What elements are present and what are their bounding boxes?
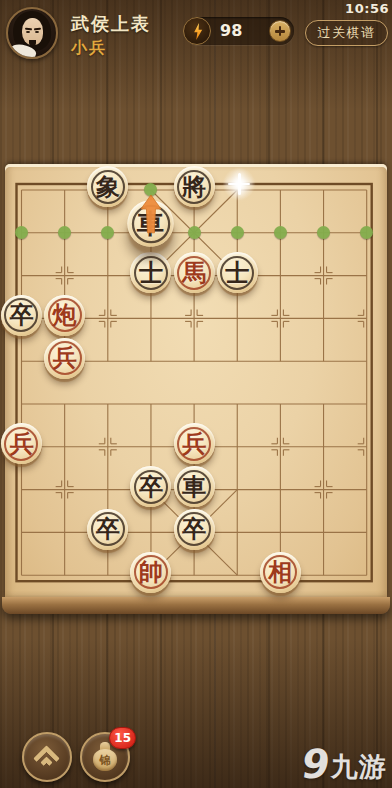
- piece-red-horse[interactable]: 馬: [174, 252, 215, 293]
- legal-move-dot[interactable]: [231, 226, 244, 239]
- jiuyou-logo-icon: 9: [300, 749, 332, 780]
- clock-time: 10:56: [345, 1, 389, 16]
- level-rank-label: 小兵: [71, 38, 107, 59]
- piece-black-soldier[interactable]: 卒: [174, 509, 215, 550]
- piece-red-soldier[interactable]: 兵: [44, 338, 85, 379]
- hint-bag-button[interactable]: 锦 15: [80, 732, 130, 782]
- piece-black-general[interactable]: 將: [174, 166, 215, 207]
- legal-move-dot[interactable]: [15, 226, 28, 239]
- bag-label: 锦: [100, 753, 111, 768]
- legal-move-dot[interactable]: [144, 183, 157, 196]
- legal-move-dot[interactable]: [360, 226, 373, 239]
- piece-black-soldier[interactable]: 卒: [130, 466, 171, 507]
- player-avatar[interactable]: [6, 7, 58, 59]
- piece-red-soldier[interactable]: 兵: [174, 423, 215, 464]
- legal-move-dot[interactable]: [274, 226, 287, 239]
- piece-black-soldier[interactable]: 卒: [87, 509, 128, 550]
- legal-move-dot[interactable]: [58, 226, 71, 239]
- lightning-icon: [183, 17, 211, 45]
- piece-black-chariot-selected[interactable]: 車: [128, 201, 174, 247]
- legal-move-dot[interactable]: [188, 226, 201, 239]
- last-move-sparkle-icon: [222, 167, 256, 201]
- piece-red-elephant[interactable]: 相: [260, 552, 301, 593]
- piece-black-soldier[interactable]: 卒: [1, 295, 42, 336]
- hint-count-badge: 15: [109, 727, 136, 749]
- piece-red-general[interactable]: 帥: [130, 552, 171, 593]
- legal-move-dot[interactable]: [317, 226, 330, 239]
- piece-black-advisor[interactable]: 士: [217, 252, 258, 293]
- piece-black-advisor[interactable]: 士: [130, 252, 171, 293]
- piece-red-cannon[interactable]: 炮: [44, 295, 85, 336]
- piece-black-chariot[interactable]: 車: [174, 466, 215, 507]
- jiuyou-logo-text: 九游: [331, 754, 387, 780]
- energy-value: 98: [220, 21, 242, 40]
- energy-pill: 98: [184, 17, 294, 45]
- add-energy-button[interactable]: [269, 20, 291, 42]
- jiuyou-watermark: 9 九游: [302, 749, 387, 780]
- game-screen: 10:56 武侯上表 小兵 98 过关棋谱 象將車士馬士卒炮兵兵兵卒車卒卒帥相 …: [0, 0, 392, 788]
- legal-move-dot[interactable]: [101, 226, 114, 239]
- stage-records-button[interactable]: 过关棋谱: [305, 20, 388, 46]
- board-pieces-grid: 象將車士馬士卒炮兵兵兵卒車卒卒帥相: [0, 169, 388, 597]
- level-title: 武侯上表: [71, 12, 151, 36]
- piece-black-elephant[interactable]: 象: [87, 166, 128, 207]
- collapse-menu-button[interactable]: [22, 732, 72, 782]
- xiangqi-board: 象將車士馬士卒炮兵兵兵卒車卒卒帥相: [5, 164, 387, 598]
- board-edge: [2, 597, 390, 614]
- piece-red-soldier[interactable]: 兵: [1, 423, 42, 464]
